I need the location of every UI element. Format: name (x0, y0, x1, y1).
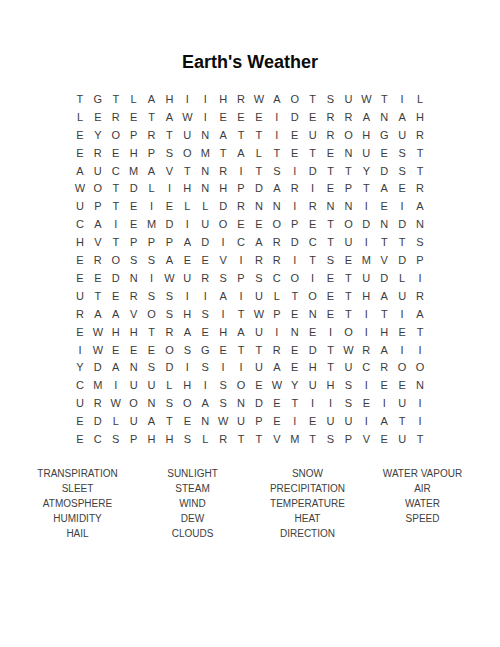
word-list-item: SUNLIGHT (135, 466, 250, 481)
grid-cell: D (160, 359, 178, 377)
grid-cell: R (286, 180, 304, 198)
grid-cell: T (143, 109, 161, 127)
word-list-column: SUNLIGHTSTEAMWINDDEWCLOUDS (135, 466, 250, 541)
grid-cell: R (268, 252, 286, 270)
grid-cell: T (178, 163, 196, 181)
grid-cell: N (196, 180, 214, 198)
grid-cell: D (286, 109, 304, 127)
grid-cell: U (71, 395, 89, 413)
grid-cell: S (160, 306, 178, 324)
grid-cell: H (357, 127, 375, 145)
grid-cell: I (304, 395, 322, 413)
grid-cell: E (250, 377, 268, 395)
grid-cell: A (268, 91, 286, 109)
grid-cell: R (89, 395, 107, 413)
grid-cell: I (232, 252, 250, 270)
grid-cell: A (268, 359, 286, 377)
grid-cell: O (339, 324, 357, 342)
grid-cell: L (178, 198, 196, 216)
grid-cell: L (393, 270, 411, 288)
grid-cell: U (125, 413, 143, 431)
grid-cell: H (125, 145, 143, 163)
grid-cell: S (178, 342, 196, 360)
grid-cell: V (89, 234, 107, 252)
grid-cell: L (143, 180, 161, 198)
word-list-column: SNOWPRECIPITATIONTEMPERATUREHEATDIRECTIO… (250, 466, 365, 541)
grid-cell: R (322, 127, 340, 145)
grid-cell: I (304, 270, 322, 288)
grid-cell: H (71, 234, 89, 252)
grid-cell: L (107, 413, 125, 431)
grid-cell: P (232, 180, 250, 198)
grid-cell: D (160, 216, 178, 234)
grid-cell: R (214, 431, 232, 449)
grid-cell: P (339, 431, 357, 449)
grid-cell: I (143, 270, 161, 288)
word-list-item: DIRECTION (250, 526, 365, 541)
grid-cell: M (125, 163, 143, 181)
grid-cell: U (143, 377, 161, 395)
grid-cell: E (393, 180, 411, 198)
grid-cell: T (232, 342, 250, 360)
grid-cell: E (286, 342, 304, 360)
grid-cell: O (393, 359, 411, 377)
grid-cell: R (71, 306, 89, 324)
grid-cell: V (160, 163, 178, 181)
grid-cell: P (125, 234, 143, 252)
grid-cell: S (143, 252, 161, 270)
grid-cell: C (304, 234, 322, 252)
grid-cell: A (375, 342, 393, 360)
grid-cell: E (107, 288, 125, 306)
grid-cell: E (304, 413, 322, 431)
grid-cell: T (304, 145, 322, 163)
grid-cell: T (107, 234, 125, 252)
grid-cell: T (160, 413, 178, 431)
grid-cell: I (160, 180, 178, 198)
grid-cell: O (339, 216, 357, 234)
grid-cell: T (232, 306, 250, 324)
grid-cell: T (304, 252, 322, 270)
grid-cell: I (214, 234, 232, 252)
grid-cell: I (393, 91, 411, 109)
grid-cell: P (125, 127, 143, 145)
grid-cell: H (160, 431, 178, 449)
grid-cell: E (160, 198, 178, 216)
grid-cell: I (232, 359, 250, 377)
grid-cell: T (393, 413, 411, 431)
word-list-item: SLEET (20, 481, 135, 496)
grid-cell: I (322, 324, 340, 342)
grid-cell: L (160, 377, 178, 395)
grid-cell: N (411, 377, 429, 395)
grid-cell: I (268, 109, 286, 127)
grid-cell: T (304, 431, 322, 449)
grid-cell: N (322, 198, 340, 216)
grid-cell: P (232, 270, 250, 288)
grid-cell: N (375, 109, 393, 127)
grid-cell: E (125, 198, 143, 216)
grid-cell: D (393, 252, 411, 270)
grid-cell: E (286, 145, 304, 163)
grid-cell: U (339, 91, 357, 109)
grid-cell: U (71, 198, 89, 216)
grid-cell: N (286, 324, 304, 342)
grid-cell: R (125, 288, 143, 306)
grid-cell: S (143, 359, 161, 377)
grid-cell: M (357, 252, 375, 270)
grid-cell: G (196, 342, 214, 360)
grid-cell: U (304, 127, 322, 145)
grid-cell: V (268, 431, 286, 449)
grid-cell: D (89, 413, 107, 431)
grid-cell: N (339, 198, 357, 216)
puzzle-page: Earth's Weather TGTLAHIIHRWAOTSUWTILLERE… (0, 0, 500, 647)
grid-cell: E (214, 342, 232, 360)
grid-cell: E (71, 431, 89, 449)
grid-cell: E (375, 145, 393, 163)
grid-cell: A (411, 306, 429, 324)
grid-cell: E (178, 413, 196, 431)
grid-cell: O (89, 180, 107, 198)
grid-cell: O (339, 127, 357, 145)
grid-cell: U (357, 270, 375, 288)
word-list-item: HAIL (20, 526, 135, 541)
grid-cell: H (411, 109, 429, 127)
grid-cell: E (178, 252, 196, 270)
grid-cell: T (339, 270, 357, 288)
word-list-column: TRANSPIRATIONSLEETATMOSPHEREHUMIDITYHAIL (20, 466, 135, 541)
grid-cell: I (304, 180, 322, 198)
grid-cell: I (286, 163, 304, 181)
grid-cell: S (322, 431, 340, 449)
grid-cell: H (357, 288, 375, 306)
grid-cell: E (322, 180, 340, 198)
grid-cell: S (339, 395, 357, 413)
grid-cell: V (357, 431, 375, 449)
word-list-column: WATER VAPOURAIRWATERSPEED (365, 466, 480, 541)
grid-cell: E (107, 342, 125, 360)
grid-cell: R (268, 342, 286, 360)
grid-cell: Y (71, 359, 89, 377)
grid-cell: D (375, 163, 393, 181)
word-list-item: TEMPERATURE (250, 496, 365, 511)
grid-cell: D (304, 342, 322, 360)
grid-cell: I (357, 377, 375, 395)
grid-cell: I (214, 306, 232, 324)
grid-cell: S (322, 91, 340, 109)
grid-cell: T (250, 431, 268, 449)
grid-cell: A (160, 252, 178, 270)
word-list-item: SPEED (365, 511, 480, 526)
grid-cell: T (322, 234, 340, 252)
grid-cell: H (178, 306, 196, 324)
grid-cell: A (143, 91, 161, 109)
grid-cell: O (214, 216, 232, 234)
grid-cell: S (178, 431, 196, 449)
grid-cell: E (125, 342, 143, 360)
grid-cell: R (143, 127, 161, 145)
grid-cell: D (357, 216, 375, 234)
grid-cell: T (393, 234, 411, 252)
grid-cell: W (89, 342, 107, 360)
grid-cell: D (196, 234, 214, 252)
grid-cell: S (322, 252, 340, 270)
grid-cell: E (286, 127, 304, 145)
grid-cell: E (375, 431, 393, 449)
grid-cell: S (196, 306, 214, 324)
grid-cell: E (375, 377, 393, 395)
grid-cell: D (375, 270, 393, 288)
grid-cell: I (357, 324, 375, 342)
grid-cell: T (411, 163, 429, 181)
grid-cell: T (268, 145, 286, 163)
grid-cell: I (178, 91, 196, 109)
grid-cell: D (393, 216, 411, 234)
grid-cell: P (268, 306, 286, 324)
grid-cell: E (71, 145, 89, 163)
grid-cell: E (304, 324, 322, 342)
grid-cell: P (89, 198, 107, 216)
grid-cell: E (107, 145, 125, 163)
grid-cell: T (411, 145, 429, 163)
grid-cell: H (178, 377, 196, 395)
grid-cell: T (214, 145, 232, 163)
grid-cell: T (375, 91, 393, 109)
grid-cell: N (375, 216, 393, 234)
grid-cell: I (196, 91, 214, 109)
grid-cell: E (286, 306, 304, 324)
word-list-item: ATMOSPHERE (20, 496, 135, 511)
grid-cell: I (411, 270, 429, 288)
grid-cell: N (125, 359, 143, 377)
grid-cell: L (196, 431, 214, 449)
grid-cell: H (322, 377, 340, 395)
grid-cell: S (393, 163, 411, 181)
grid-cell: T (411, 324, 429, 342)
grid-cell: I (143, 198, 161, 216)
grid-cell: H (178, 180, 196, 198)
grid-cell: R (89, 252, 107, 270)
grid-cell: E (357, 395, 375, 413)
grid-cell: D (125, 180, 143, 198)
grid-cell: E (143, 342, 161, 360)
grid-cell: D (250, 180, 268, 198)
grid-cell: E (71, 413, 89, 431)
grid-cell: I (268, 324, 286, 342)
grid-cell: W (160, 270, 178, 288)
grid-cell: N (250, 198, 268, 216)
grid-cell: E (71, 252, 89, 270)
word-list-item: STEAM (135, 481, 250, 496)
grid-cell: S (160, 288, 178, 306)
grid-cell: I (393, 198, 411, 216)
grid-cell: T (339, 163, 357, 181)
grid-cell: D (286, 234, 304, 252)
grid-cell: T (375, 306, 393, 324)
grid-cell: O (107, 127, 125, 145)
grid-cell: T (375, 234, 393, 252)
grid-cell: U (250, 288, 268, 306)
grid-cell: E (89, 109, 107, 127)
grid-cell: M (286, 431, 304, 449)
grid-cell: I (107, 377, 125, 395)
grid-cell: S (160, 395, 178, 413)
grid-cell: I (357, 198, 375, 216)
grid-cell: I (232, 288, 250, 306)
grid-cell: N (196, 163, 214, 181)
grid-cell: Y (286, 377, 304, 395)
grid-cell: O (107, 252, 125, 270)
grid-cell: T (89, 288, 107, 306)
grid-cell: A (214, 127, 232, 145)
grid-cell: N (268, 198, 286, 216)
grid-cell: E (393, 324, 411, 342)
grid-cell: U (125, 377, 143, 395)
grid-cell: U (178, 127, 196, 145)
grid-cell: E (232, 216, 250, 234)
grid-cell: G (89, 91, 107, 109)
grid-cell: T (339, 306, 357, 324)
grid-cell: A (71, 163, 89, 181)
grid-cell: E (125, 109, 143, 127)
grid-cell: N (339, 145, 357, 163)
grid-cell: P (125, 431, 143, 449)
grid-cell: T (250, 342, 268, 360)
grid-cell: T (322, 342, 340, 360)
grid-cell: U (250, 359, 268, 377)
grid-cell: O (286, 91, 304, 109)
grid-cell: A (214, 288, 232, 306)
grid-cell: E (196, 324, 214, 342)
grid-cell: S (196, 359, 214, 377)
grid-cell: R (411, 127, 429, 145)
grid-cell: T (107, 91, 125, 109)
grid-cell: I (286, 252, 304, 270)
grid-cell: O (125, 395, 143, 413)
grid-cell: H (214, 324, 232, 342)
grid-cell: O (411, 359, 429, 377)
grid-cell: U (393, 288, 411, 306)
grid-cell: T (286, 395, 304, 413)
grid-cell: O (160, 342, 178, 360)
grid-cell: T (322, 216, 340, 234)
grid-cell: S (393, 145, 411, 163)
grid-cell: E (71, 270, 89, 288)
grid-cell: N (143, 395, 161, 413)
grid-cell: I (178, 288, 196, 306)
grid-cell: I (178, 359, 196, 377)
grid-cell: S (214, 377, 232, 395)
grid-cell: R (322, 109, 340, 127)
grid-cell: W (71, 180, 89, 198)
grid-cell: R (250, 252, 268, 270)
grid-cell: M (89, 377, 107, 395)
grid-cell: R (232, 198, 250, 216)
grid-cell: T (357, 180, 375, 198)
grid-cell: S (268, 163, 286, 181)
word-list-item: WATER VAPOUR (365, 466, 480, 481)
grid-cell: M (143, 216, 161, 234)
grid-cell: O (286, 270, 304, 288)
grid-cell: R (268, 234, 286, 252)
grid-cell: T (107, 198, 125, 216)
grid-cell: E (304, 216, 322, 234)
grid-cell: T (322, 163, 340, 181)
grid-cell: H (214, 91, 232, 109)
word-list-item: SNOW (250, 466, 365, 481)
grid-cell: T (232, 127, 250, 145)
grid-cell: U (339, 234, 357, 252)
grid-cell: A (178, 324, 196, 342)
grid-cell: V (214, 252, 232, 270)
grid-cell: E (250, 216, 268, 234)
grid-cell: I (214, 359, 232, 377)
grid-cell: R (214, 163, 232, 181)
grid-cell: S (143, 288, 161, 306)
grid-cell: U (393, 431, 411, 449)
grid-cell: L (196, 198, 214, 216)
grid-cell: S (214, 395, 232, 413)
grid-cell: I (196, 109, 214, 127)
grid-cell: A (375, 413, 393, 431)
grid-cell: A (411, 198, 429, 216)
grid-cell: T (322, 359, 340, 377)
grid-cell: I (196, 288, 214, 306)
word-search-grid: TGTLAHIIHRWAOTSUWTILLERETAWIEEEIDERRANAH… (71, 91, 429, 449)
grid-cell: T (160, 127, 178, 145)
grid-cell: S (160, 145, 178, 163)
grid-cell: I (286, 198, 304, 216)
word-list: TRANSPIRATIONSLEETATMOSPHEREHUMIDITYHAIL… (20, 466, 480, 541)
grid-cell: W (250, 91, 268, 109)
grid-cell: C (357, 359, 375, 377)
grid-cell: T (143, 324, 161, 342)
grid-cell: L (250, 145, 268, 163)
word-list-item: PRECIPITATION (250, 481, 365, 496)
grid-cell: E (250, 109, 268, 127)
grid-cell: T (232, 431, 250, 449)
grid-cell: I (107, 216, 125, 234)
grid-cell: C (107, 163, 125, 181)
grid-cell: P (339, 180, 357, 198)
grid-cell: V (125, 306, 143, 324)
grid-cell: S (339, 377, 357, 395)
grid-cell: O (143, 306, 161, 324)
grid-cell: U (393, 127, 411, 145)
grid-cell: E (268, 413, 286, 431)
grid-cell: I (411, 342, 429, 360)
grid-cell: A (178, 234, 196, 252)
grid-cell: E (339, 252, 357, 270)
grid-cell: U (339, 359, 357, 377)
grid-cell: I (71, 342, 89, 360)
grid-cell: E (268, 395, 286, 413)
grid-cell: R (196, 270, 214, 288)
grid-cell: D (250, 395, 268, 413)
grid-cell: E (393, 377, 411, 395)
grid-cell: E (89, 270, 107, 288)
grid-cell: T (71, 91, 89, 109)
grid-cell: R (411, 180, 429, 198)
grid-cell: W (339, 342, 357, 360)
word-list-item: WATER (365, 496, 480, 511)
grid-cell: D (89, 359, 107, 377)
grid-cell: R (375, 359, 393, 377)
grid-cell: O (268, 216, 286, 234)
grid-cell: I (322, 395, 340, 413)
grid-cell: O (178, 395, 196, 413)
